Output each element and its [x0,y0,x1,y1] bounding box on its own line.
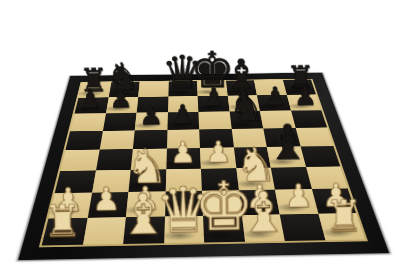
square-b7[interactable]: ♟ [106,96,139,112]
piece-white-pawn-d4[interactable]: ♟ [170,138,197,168]
square-b6[interactable] [103,112,137,130]
piece-white-pawn-b2[interactable]: ♟ [92,183,121,216]
piece-black-pawn-d6[interactable]: ♟ [171,101,195,128]
square-c6[interactable]: ♟ [135,112,168,130]
square-d6[interactable]: ♟ [167,111,199,129]
piece-white-rook-h1[interactable]: ♜ [325,194,364,238]
piece-black-pawn-c6[interactable]: ♟ [139,101,163,128]
square-e6[interactable] [198,111,231,129]
square-f6[interactable]: ♞ [229,111,263,129]
square-a1[interactable]: ♜ [42,217,88,245]
board-frame: ♜♞♛♚♝♜♟♟♟♟♟♟♟♟♞♟♟♝♞♞♟♟♟♟♟♟♜♝♛♚♝♜ [18,72,389,259]
square-a5[interactable] [65,130,102,149]
square-h7[interactable]: ♟ [286,94,321,110]
piece-black-pawn-h7[interactable]: ♟ [294,83,317,109]
square-e4[interactable]: ♟ [200,147,236,168]
piece-black-pawn-a7[interactable]: ♟ [78,86,102,112]
piece-black-pawn-b7[interactable]: ♟ [109,86,133,112]
square-a6[interactable] [70,113,105,131]
piece-white-bishop-f1[interactable]: ♝ [239,184,289,240]
piece-black-pawn-g7[interactable]: ♟ [263,84,286,110]
square-a4[interactable] [60,149,99,170]
square-e7[interactable]: ♟ [198,95,230,111]
chess-board-photo: ♜♞♛♚♝♜♟♟♟♟♟♟♟♟♞♟♟♝♞♞♟♟♟♟♟♟♜♝♛♚♝♜ [0,0,400,277]
square-d4[interactable]: ♟ [166,148,201,169]
board-grid: ♜♞♛♚♝♜♟♟♟♟♟♟♟♟♞♟♟♝♞♞♟♟♟♟♟♟♜♝♛♚♝♜ [42,79,365,245]
chess-board: ♜♞♛♚♝♜♟♟♟♟♟♟♟♟♞♟♟♝♞♞♟♟♟♟♟♟♜♝♛♚♝♜ [18,72,389,259]
piece-white-pawn-e4[interactable]: ♟ [205,137,232,167]
piece-white-rook-a1[interactable]: ♜ [42,199,82,243]
square-h1[interactable]: ♜ [318,212,365,240]
piece-black-knight-f6[interactable]: ♞ [228,86,265,128]
piece-black-pawn-e7[interactable]: ♟ [202,84,225,110]
square-f1[interactable]: ♝ [241,214,284,242]
